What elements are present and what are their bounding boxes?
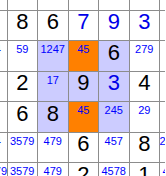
cell-rA-c5[interactable]: 3: [130, 11, 161, 42]
cell-rD-c2[interactable]: 8: [38, 102, 69, 133]
cell-rC-c4[interactable]: 3: [99, 72, 130, 103]
cell-text: 279: [135, 41, 153, 55]
cell-rC-c2[interactable]: 17: [38, 72, 69, 103]
cell-rB-c1[interactable]: 59: [8, 41, 39, 72]
cell-text: 1247: [41, 41, 65, 55]
cell-text: 9: [108, 11, 120, 33]
cell-rF-cL[interactable]: 13579: [0, 163, 8, 176]
cell-rE-c1[interactable]: 3579: [8, 133, 39, 164]
cell-text: 479: [44, 163, 62, 176]
cell-rF-c4[interactable]: 4578: [99, 163, 130, 176]
cell-rD-cL[interactable]: [0, 102, 8, 133]
cell-rA-c1[interactable]: 8: [8, 11, 39, 42]
cell-rC-c3[interactable]: 9: [69, 72, 100, 103]
cell-rT-cL[interactable]: [0, 0, 8, 11]
cell-rE-c5[interactable]: 8: [130, 133, 161, 164]
cell-rC-cL[interactable]: [0, 72, 8, 103]
cell-text: 4578: [163, 163, 166, 176]
cell-rB-c3[interactable]: 45: [69, 41, 100, 72]
cell-rB-cR[interactable]: [160, 41, 165, 72]
sudoku-screen-crop: 8 6 7 9 3 124 59 1247 45 6 279 2 17 9 3 …: [0, 0, 165, 176]
cell-text: 24579: [159, 133, 165, 147]
cell-rA-c4[interactable]: 9: [99, 11, 130, 42]
cell-text: 8: [47, 103, 59, 125]
cell-text: 45: [77, 41, 89, 55]
sudoku-board: 8 6 7 9 3 124 59 1247 45 6 279 2 17 9 3 …: [0, 0, 165, 176]
cell-rA-c3[interactable]: 7: [69, 11, 100, 42]
cell-rD-c1[interactable]: 6: [8, 102, 39, 133]
cell-rF-c1[interactable]: 3579: [8, 163, 39, 176]
cell-rD-c4[interactable]: 245: [99, 102, 130, 133]
cell-rB-c2[interactable]: 1247: [38, 41, 69, 72]
cell-text: 3579: [10, 133, 34, 147]
cell-text: 8: [16, 11, 28, 33]
cell-text: 8: [138, 133, 150, 155]
cell-rF-c3[interactable]: 2: [69, 163, 100, 176]
cell-text: 2: [16, 72, 28, 94]
cell-rC-c5[interactable]: 4: [130, 72, 161, 103]
cell-rB-c5[interactable]: 279: [130, 41, 161, 72]
cell-rA-cL[interactable]: [0, 11, 8, 42]
cell-text: 4: [138, 72, 150, 94]
cell-text: 1: [138, 164, 150, 176]
cell-rA-cR[interactable]: [160, 11, 165, 42]
cell-text: 3: [108, 72, 120, 94]
cell-text: 7: [77, 11, 89, 33]
cell-rF-c2[interactable]: 479: [38, 163, 69, 176]
cell-rE-cL[interactable]: 134: [0, 133, 8, 164]
cell-text: 134: [0, 133, 1, 147]
cell-rF-c5[interactable]: 1: [130, 163, 161, 176]
cell-text: 479: [44, 133, 62, 147]
cell-rF-cR[interactable]: 4578: [160, 163, 165, 176]
cell-rE-c3[interactable]: 6: [69, 133, 100, 164]
cell-text: 13579: [0, 163, 7, 176]
cell-rE-cR[interactable]: 24579: [160, 133, 165, 164]
cell-text: 6: [16, 103, 28, 125]
cell-rC-c1[interactable]: 2: [8, 72, 39, 103]
cell-text: 4578: [102, 163, 126, 176]
cell-text: 6: [108, 42, 120, 64]
cell-rC-cR[interactable]: [160, 72, 165, 103]
cell-rB-cL[interactable]: 124: [0, 41, 8, 72]
cell-text: 29: [138, 102, 150, 116]
cell-text: 245: [105, 102, 123, 116]
cell-text: 457: [105, 133, 123, 147]
cell-rD-c5[interactable]: 29: [130, 102, 161, 133]
cell-text: 3: [138, 11, 150, 33]
cell-text: 9: [77, 72, 89, 94]
cell-text: 6: [47, 11, 59, 33]
cell-text: 3579: [10, 163, 34, 176]
cell-rE-c2[interactable]: 479: [38, 133, 69, 164]
cell-text: 59: [16, 41, 28, 55]
cell-rT-cR[interactable]: [160, 0, 165, 11]
cell-text: 17: [47, 72, 59, 86]
cell-text: 45: [77, 102, 89, 116]
cell-rA-c2[interactable]: 6: [38, 11, 69, 42]
cell-text: 6: [77, 133, 89, 155]
cell-text: 124: [0, 41, 1, 55]
cell-rD-cR[interactable]: [160, 102, 165, 133]
cell-rB-c4[interactable]: 6: [99, 41, 130, 72]
cell-rD-c3[interactable]: 45: [69, 102, 100, 133]
cell-rE-c4[interactable]: 457: [99, 133, 130, 164]
cell-text: 2: [77, 164, 89, 176]
